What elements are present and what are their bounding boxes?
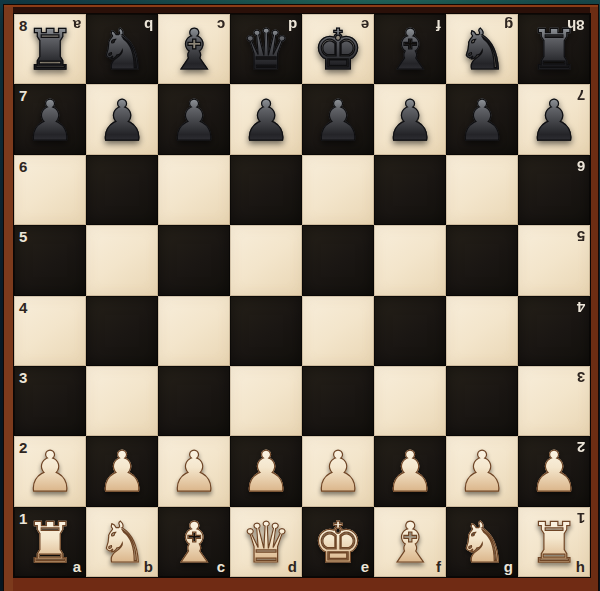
square-d1[interactable]: ♛d [230,507,302,577]
black-pawn[interactable]: ♟ [97,93,147,149]
black-pawn[interactable]: ♟ [313,93,363,149]
square-c3[interactable] [158,366,230,436]
rotated-coord-label-h1: 1 [577,511,585,526]
white-pawn[interactable]: ♟ [241,444,291,500]
white-pawn[interactable]: ♟ [385,444,435,500]
white-bishop[interactable]: ♝ [385,515,435,571]
square-b3[interactable] [86,366,158,436]
square-d2[interactable]: ♟ [230,436,302,506]
square-d8[interactable]: ♛d [230,14,302,84]
white-pawn[interactable]: ♟ [169,444,219,500]
square-f7[interactable]: ♟ [374,84,446,154]
square-h5[interactable]: 5 [518,225,590,295]
rank-label-6-left: 6 [19,159,27,174]
chess-board: ♜8a♞b♝c♛d♚e♝f♞g♜8h♟7♟♟♟♟♟♟♟766554433♟2♟♟… [14,14,590,577]
square-b4[interactable] [86,296,158,366]
file-label-a-bottom: a [73,559,81,574]
square-a8[interactable]: ♜8a [14,14,86,84]
square-f2[interactable]: ♟ [374,436,446,506]
square-a5[interactable]: 5 [14,225,86,295]
black-rook[interactable]: ♜ [25,22,75,78]
rotated-coord-label-h3: 3 [577,370,585,385]
black-knight[interactable]: ♞ [97,22,147,78]
square-b2[interactable]: ♟ [86,436,158,506]
black-pawn[interactable]: ♟ [169,93,219,149]
rotated-coord-label-h6: 6 [577,159,585,174]
rank-label-7-left: 7 [19,88,27,103]
white-pawn[interactable]: ♟ [457,444,507,500]
white-bishop[interactable]: ♝ [169,515,219,571]
black-pawn[interactable]: ♟ [25,93,75,149]
black-bishop[interactable]: ♝ [169,22,219,78]
square-e4[interactable] [302,296,374,366]
square-f4[interactable] [374,296,446,366]
square-g5[interactable] [446,225,518,295]
rank-label-1-left: 1 [19,511,27,526]
square-h7[interactable]: ♟7 [518,84,590,154]
rotated-coord-label-b8: b [144,18,153,33]
rotated-coord-label-h5: 5 [577,229,585,244]
square-e5[interactable] [302,225,374,295]
chess-board-frame: ♜8a♞b♝c♛d♚e♝f♞g♜8h♟7♟♟♟♟♟♟♟766554433♟2♟♟… [4,5,598,591]
white-rook[interactable]: ♜ [529,515,579,571]
rank-label-2-left: 2 [19,440,27,455]
rotated-coord-label-e8: e [361,18,369,33]
square-g3[interactable] [446,366,518,436]
square-h8[interactable]: ♜8h [518,14,590,84]
square-h1[interactable]: ♜h1 [518,507,590,577]
file-label-b-bottom: b [144,559,153,574]
rank-label-8-left: 8 [19,18,27,33]
file-label-d-bottom: d [288,559,297,574]
square-e6[interactable] [302,155,374,225]
square-g1[interactable]: ♞g [446,507,518,577]
square-a7[interactable]: ♟7 [14,84,86,154]
square-c6[interactable] [158,155,230,225]
file-label-g-bottom: g [504,559,513,574]
square-a3[interactable]: 3 [14,366,86,436]
square-c2[interactable]: ♟ [158,436,230,506]
rotated-coord-label-c8: c [217,18,225,33]
white-pawn[interactable]: ♟ [529,444,579,500]
square-g6[interactable] [446,155,518,225]
file-label-e-bottom: e [361,559,369,574]
square-d6[interactable] [230,155,302,225]
square-f8[interactable]: ♝f [374,14,446,84]
square-a4[interactable]: 4 [14,296,86,366]
square-f1[interactable]: ♝f [374,507,446,577]
square-a6[interactable]: 6 [14,155,86,225]
square-c7[interactable]: ♟ [158,84,230,154]
rotated-coord-label-h4: 4 [577,300,585,315]
rotated-coord-label-h7: 7 [577,88,585,103]
square-b8[interactable]: ♞b [86,14,158,84]
square-a2[interactable]: ♟2 [14,436,86,506]
square-d3[interactable] [230,366,302,436]
file-label-f-bottom: f [436,559,441,574]
square-g7[interactable]: ♟ [446,84,518,154]
square-e7[interactable]: ♟ [302,84,374,154]
black-knight[interactable]: ♞ [457,22,507,78]
square-a1[interactable]: ♜1a [14,507,86,577]
rank-label-3-left: 3 [19,370,27,385]
white-pawn[interactable]: ♟ [97,444,147,500]
black-pawn[interactable]: ♟ [241,93,291,149]
square-g2[interactable]: ♟ [446,436,518,506]
square-c5[interactable] [158,225,230,295]
rotated-coord-label-a8: a [73,18,81,33]
black-queen[interactable]: ♛ [241,22,291,78]
rotated-coord-label-f8: f [436,18,441,33]
rank-label-4-left: 4 [19,300,27,315]
white-king[interactable]: ♚ [313,515,363,571]
square-d7[interactable]: ♟ [230,84,302,154]
white-rook[interactable]: ♜ [25,515,75,571]
rank-label-5-left: 5 [19,229,27,244]
square-d5[interactable] [230,225,302,295]
rotated-coord-label-d8: d [288,18,297,33]
square-b1[interactable]: ♞b [86,507,158,577]
square-b5[interactable] [86,225,158,295]
square-h2[interactable]: ♟2 [518,436,590,506]
square-f3[interactable] [374,366,446,436]
square-b6[interactable] [86,155,158,225]
file-label-h-bottom: h [576,559,585,574]
square-c8[interactable]: ♝c [158,14,230,84]
square-e3[interactable] [302,366,374,436]
square-e2[interactable]: ♟ [302,436,374,506]
square-c4[interactable] [158,296,230,366]
square-e1[interactable]: ♚e [302,507,374,577]
square-h3[interactable]: 3 [518,366,590,436]
square-g4[interactable] [446,296,518,366]
square-d4[interactable] [230,296,302,366]
white-knight[interactable]: ♞ [457,515,507,571]
square-h6[interactable]: 6 [518,155,590,225]
square-g8[interactable]: ♞g [446,14,518,84]
rotated-coord-label-h8: 8h [567,18,585,33]
square-b7[interactable]: ♟ [86,84,158,154]
black-king[interactable]: ♚ [313,22,363,78]
black-pawn[interactable]: ♟ [529,93,579,149]
square-c1[interactable]: ♝c [158,507,230,577]
white-queen[interactable]: ♛ [241,515,291,571]
white-knight[interactable]: ♞ [97,515,147,571]
square-e8[interactable]: ♚e [302,14,374,84]
black-pawn[interactable]: ♟ [457,93,507,149]
rotated-coord-label-g8: g [504,18,513,33]
white-pawn[interactable]: ♟ [25,444,75,500]
square-f5[interactable] [374,225,446,295]
black-bishop[interactable]: ♝ [385,22,435,78]
white-pawn[interactable]: ♟ [313,444,363,500]
square-f6[interactable] [374,155,446,225]
file-label-c-bottom: c [217,559,225,574]
rotated-coord-label-h2: 2 [577,440,585,455]
black-pawn[interactable]: ♟ [385,93,435,149]
square-h4[interactable]: 4 [518,296,590,366]
